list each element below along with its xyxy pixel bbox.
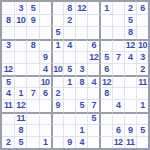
- cell-r4c8[interactable]: 5: [99, 51, 111, 63]
- cell-r4c5[interactable]: [63, 51, 75, 63]
- cell-r3c4[interactable]: 1: [51, 39, 63, 51]
- cell-r8c9[interactable]: 4: [112, 99, 124, 111]
- cell-r5c10[interactable]: [124, 63, 136, 75]
- cell-r9c2[interactable]: [26, 112, 38, 124]
- cell-r1c3[interactable]: [39, 14, 51, 26]
- cell-r1c6[interactable]: [75, 14, 87, 26]
- cell-r0c10[interactable]: 2: [124, 2, 136, 14]
- cell-r5c6[interactable]: 3: [75, 63, 87, 75]
- cell-r11c1[interactable]: 5: [14, 136, 26, 148]
- cell-r11c11[interactable]: [136, 136, 148, 148]
- cell-r0c6[interactable]: 12: [75, 2, 87, 14]
- cell-r9c1[interactable]: 11: [14, 112, 26, 124]
- cell-r2c5[interactable]: [63, 26, 75, 38]
- cell-r0c5[interactable]: 8: [63, 2, 75, 14]
- cell-r2c11[interactable]: [136, 26, 148, 38]
- cell-r1c10[interactable]: 5: [124, 14, 136, 26]
- cell-r0c4[interactable]: [51, 2, 63, 14]
- cell-r3c11[interactable]: 10: [136, 39, 148, 51]
- cell-r7c7[interactable]: [87, 87, 99, 99]
- cell-r9c7[interactable]: 5: [87, 112, 99, 124]
- cell-r10c1[interactable]: 8: [14, 124, 26, 136]
- cell-r4c3[interactable]: 9: [39, 51, 51, 63]
- cell-r6c7[interactable]: 4: [87, 75, 99, 87]
- cell-r3c10[interactable]: 12: [124, 39, 136, 51]
- cell-r1c0[interactable]: 8: [2, 14, 14, 26]
- cell-r6c2[interactable]: [26, 75, 38, 87]
- cell-r7c9[interactable]: [112, 87, 124, 99]
- cell-r1c11[interactable]: [136, 14, 148, 26]
- cell-r1c8[interactable]: [99, 14, 111, 26]
- cell-r5c2[interactable]: [26, 63, 38, 75]
- cell-r8c7[interactable]: 7: [87, 99, 99, 111]
- cell-r6c4[interactable]: [51, 75, 63, 87]
- cell-r11c8[interactable]: [99, 136, 111, 148]
- cell-r2c6[interactable]: [75, 26, 87, 38]
- cell-r4c0[interactable]: [2, 51, 14, 63]
- cell-r2c2[interactable]: [26, 26, 38, 38]
- cell-r10c5[interactable]: [63, 124, 75, 136]
- cell-r2c1[interactable]: [14, 26, 26, 38]
- cell-r10c11[interactable]: 5: [136, 124, 148, 136]
- cell-r2c10[interactable]: 8: [124, 26, 136, 38]
- cell-r6c3[interactable]: 10: [39, 75, 51, 87]
- cell-r10c6[interactable]: 1: [75, 124, 87, 136]
- cell-r0c11[interactable]: 6: [136, 2, 148, 14]
- cell-r6c1[interactable]: [14, 75, 26, 87]
- cell-r5c5[interactable]: 5: [63, 63, 75, 75]
- cell-r9c0[interactable]: [2, 112, 14, 124]
- cell-r1c2[interactable]: 9: [26, 14, 38, 26]
- cell-r10c3[interactable]: [39, 124, 51, 136]
- cell-r8c6[interactable]: 5: [75, 99, 87, 111]
- cell-r3c9[interactable]: [112, 39, 124, 51]
- sudoku-board: 3581212681092558381461210912574312410536…: [0, 0, 150, 150]
- cell-r5c7[interactable]: [87, 63, 99, 75]
- cell-r10c10[interactable]: 9: [124, 124, 136, 136]
- cell-r2c7[interactable]: [87, 26, 99, 38]
- cell-r1c1[interactable]: 10: [14, 14, 26, 26]
- cell-r0c7[interactable]: [87, 2, 99, 14]
- cell-r11c4[interactable]: [51, 136, 63, 148]
- cell-r1c5[interactable]: 2: [63, 14, 75, 26]
- cell-r1c7[interactable]: [87, 14, 99, 26]
- cell-r3c6[interactable]: [75, 39, 87, 51]
- cell-r7c3[interactable]: 6: [39, 87, 51, 99]
- cell-r4c4[interactable]: [51, 51, 63, 63]
- cell-r4c1[interactable]: [14, 51, 26, 63]
- cell-r5c4[interactable]: 10: [51, 63, 63, 75]
- cell-r7c2[interactable]: 7: [26, 87, 38, 99]
- cell-r4c2[interactable]: [26, 51, 38, 63]
- cell-r7c11[interactable]: [136, 87, 148, 99]
- cell-r5c8[interactable]: 6: [99, 63, 111, 75]
- cell-r8c8[interactable]: [99, 99, 111, 111]
- cell-r11c10[interactable]: 11: [124, 136, 136, 148]
- cell-r8c10[interactable]: [124, 99, 136, 111]
- cell-r2c3[interactable]: [39, 26, 51, 38]
- cell-r0c0[interactable]: [2, 2, 14, 14]
- cell-r9c3[interactable]: [39, 112, 51, 124]
- cell-r2c0[interactable]: [2, 26, 14, 38]
- cell-r4c6[interactable]: [75, 51, 87, 63]
- cell-r0c3[interactable]: [39, 2, 51, 14]
- cell-r1c9[interactable]: [112, 14, 124, 26]
- cell-r8c5[interactable]: [63, 99, 75, 111]
- cell-r2c8[interactable]: [99, 26, 111, 38]
- cell-r0c1[interactable]: 3: [14, 2, 26, 14]
- cell-r3c2[interactable]: 8: [26, 39, 38, 51]
- cell-r8c1[interactable]: 12: [14, 99, 26, 111]
- cell-r2c4[interactable]: 5: [51, 26, 63, 38]
- cell-r3c0[interactable]: 3: [2, 39, 14, 51]
- cell-r9c10[interactable]: [124, 112, 136, 124]
- cell-r8c4[interactable]: 9: [51, 99, 63, 111]
- cell-r10c2[interactable]: [26, 124, 38, 136]
- cell-r6c11[interactable]: 11: [136, 75, 148, 87]
- cell-r6c9[interactable]: [112, 75, 124, 87]
- cell-r0c9[interactable]: [112, 2, 124, 14]
- cell-r7c0[interactable]: 4: [2, 87, 14, 99]
- cell-r6c6[interactable]: 8: [75, 75, 87, 87]
- cell-r11c3[interactable]: 1: [39, 136, 51, 148]
- cell-r7c10[interactable]: [124, 87, 136, 99]
- cell-r6c10[interactable]: [124, 75, 136, 87]
- cell-r7c1[interactable]: 1: [14, 87, 26, 99]
- cell-r11c6[interactable]: 4: [75, 136, 87, 148]
- cell-r8c3[interactable]: [39, 99, 51, 111]
- cell-r3c5[interactable]: 4: [63, 39, 75, 51]
- cell-r9c11[interactable]: [136, 112, 148, 124]
- cell-r4c11[interactable]: 3: [136, 51, 148, 63]
- cell-r1c4[interactable]: [51, 14, 63, 26]
- cell-r11c9[interactable]: 12: [112, 136, 124, 148]
- cell-r6c5[interactable]: 1: [63, 75, 75, 87]
- cell-r7c5[interactable]: [63, 87, 75, 99]
- cell-r10c4[interactable]: [51, 124, 63, 136]
- cell-r9c8[interactable]: [99, 112, 111, 124]
- cell-r5c3[interactable]: 4: [39, 63, 51, 75]
- cell-r5c0[interactable]: 12: [2, 63, 14, 75]
- cell-r4c9[interactable]: 7: [112, 51, 124, 63]
- cell-r11c5[interactable]: 9: [63, 136, 75, 148]
- cell-r7c8[interactable]: 8: [99, 87, 111, 99]
- cell-r5c11[interactable]: 2: [136, 63, 148, 75]
- cell-r8c2[interactable]: [26, 99, 38, 111]
- cell-r7c4[interactable]: 2: [51, 87, 63, 99]
- cell-r6c0[interactable]: 5: [2, 75, 14, 87]
- cell-r11c7[interactable]: [87, 136, 99, 148]
- cell-r8c11[interactable]: 1: [136, 99, 148, 111]
- cell-r6c8[interactable]: 12: [99, 75, 111, 87]
- cell-r7c6[interactable]: [75, 87, 87, 99]
- cell-r10c9[interactable]: 6: [112, 124, 124, 136]
- cell-r2c9[interactable]: [112, 26, 124, 38]
- cell-r11c0[interactable]: 2: [2, 136, 14, 148]
- cell-r10c7[interactable]: [87, 124, 99, 136]
- cell-r3c3[interactable]: [39, 39, 51, 51]
- cell-r3c1[interactable]: [14, 39, 26, 51]
- cell-r9c5[interactable]: [63, 112, 75, 124]
- cell-r3c7[interactable]: 6: [87, 39, 99, 51]
- cell-r8c0[interactable]: 11: [2, 99, 14, 111]
- cell-r9c9[interactable]: [112, 112, 124, 124]
- cell-r9c6[interactable]: [75, 112, 87, 124]
- cell-r0c2[interactable]: 5: [26, 2, 38, 14]
- cell-r10c8[interactable]: [99, 124, 111, 136]
- cell-r4c10[interactable]: 4: [124, 51, 136, 63]
- cell-r5c9[interactable]: [112, 63, 124, 75]
- cell-r11c2[interactable]: [26, 136, 38, 148]
- cell-r0c8[interactable]: 1: [99, 2, 111, 14]
- cell-r9c4[interactable]: [51, 112, 63, 124]
- cell-r3c8[interactable]: [99, 39, 111, 51]
- cell-r5c1[interactable]: [14, 63, 26, 75]
- cell-r4c7[interactable]: 12: [87, 51, 99, 63]
- cell-r10c0[interactable]: [2, 124, 14, 136]
